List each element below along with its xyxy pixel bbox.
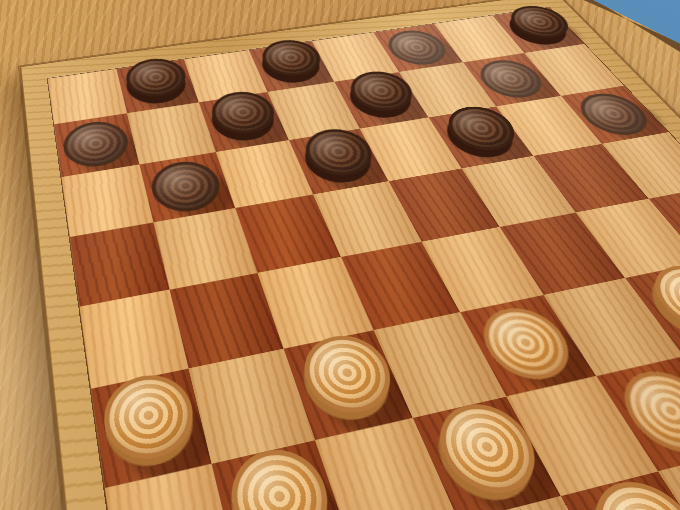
square-r6c7 (625, 262, 680, 355)
square-r4c3 (235, 194, 341, 273)
square-r5c7 (575, 199, 680, 279)
checkers-board (20, 0, 680, 510)
walnut-dark-piece (122, 55, 191, 100)
walnut-dark-piece (501, 3, 579, 41)
scene (0, 0, 680, 510)
maple-light-piece (471, 302, 585, 387)
square-r2c1 (54, 113, 139, 176)
square-r3c8 (561, 85, 669, 143)
square-r4c1 (70, 222, 170, 307)
playing-grid (47, 7, 680, 510)
square-r7c1 (105, 463, 239, 510)
checkers-photo (0, 0, 680, 510)
square-r3c2 (140, 152, 235, 222)
walnut-dark-piece (147, 157, 227, 216)
